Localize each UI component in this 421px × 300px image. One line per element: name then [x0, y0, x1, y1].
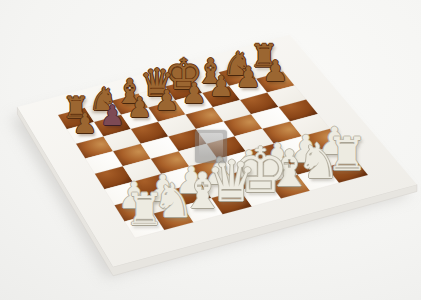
watermark-badge — [195, 130, 227, 163]
watermark-glyph — [199, 133, 223, 157]
product-photo: ♜♞♝♛♚♝♞♜♟♟♟♟♟♟♟♟♟♟♟♟♟♟♟♟♜♞♝♛♚♝♞♜ — [0, 0, 421, 300]
